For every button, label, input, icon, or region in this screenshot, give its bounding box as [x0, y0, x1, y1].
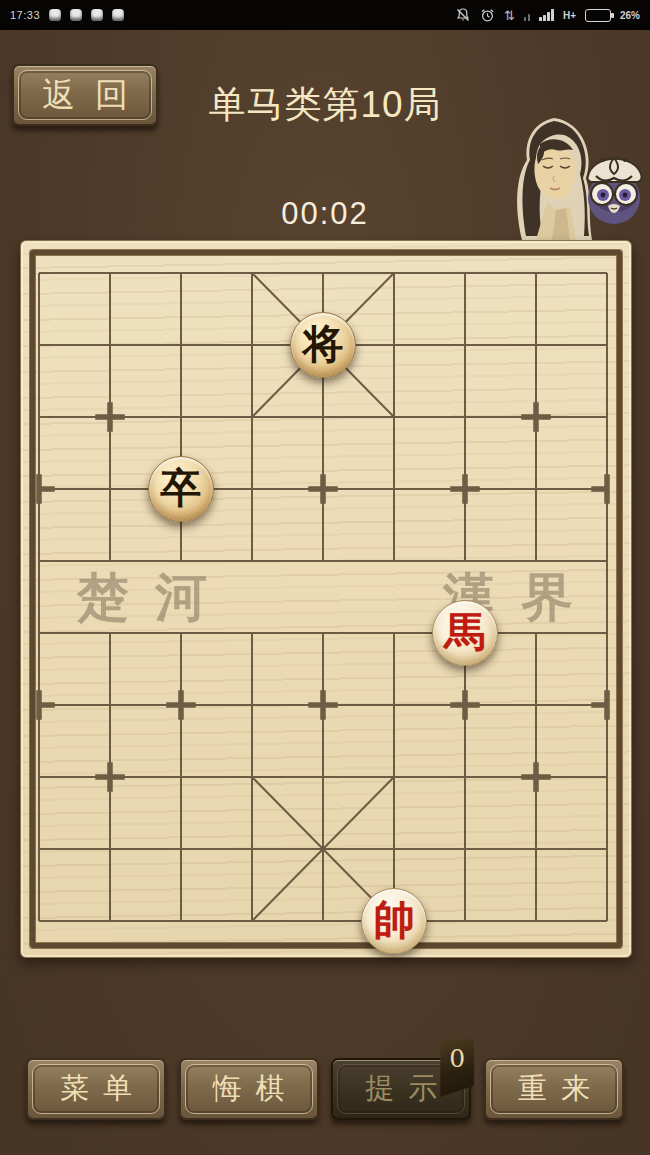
- character-illustration: [496, 114, 650, 240]
- data-transfer-icon: ⇅: [504, 9, 515, 22]
- battery-percent: 26%: [620, 10, 640, 21]
- signal-bars-icon: [539, 9, 554, 21]
- notification-app-icon: [112, 9, 124, 21]
- xiangqi-board[interactable]: 楚河 漢界 将卒馬帥: [20, 240, 632, 958]
- status-bar: 17:33 ⇅ H+ 26%: [0, 0, 650, 30]
- undo-button[interactable]: 悔棋: [179, 1058, 319, 1120]
- menu-button[interactable]: 菜单: [26, 1058, 166, 1120]
- notification-app-icon: [91, 9, 103, 21]
- piece-black-soldier[interactable]: 卒: [148, 456, 214, 522]
- hint-button[interactable]: 提示 0: [331, 1058, 471, 1120]
- mute-bell-icon: [455, 7, 471, 23]
- restart-button[interactable]: 重来: [484, 1058, 624, 1120]
- alarm-clock-icon: [480, 8, 495, 23]
- hint-button-label: 提示: [351, 1069, 451, 1109]
- network-type-label: H+: [563, 10, 576, 21]
- piece-grid: 将卒馬帥: [4, 237, 643, 957]
- piece-black-general[interactable]: 将: [290, 312, 356, 378]
- piece-red-general[interactable]: 帥: [361, 888, 427, 954]
- toolbar: 菜单 悔棋 提示 0 重来: [0, 1058, 650, 1120]
- clock-time: 17:33: [10, 9, 40, 21]
- hint-count-badge: 0: [440, 1039, 474, 1097]
- piece-red-horse[interactable]: 馬: [432, 600, 498, 666]
- battery-icon: [585, 9, 611, 22]
- notification-app-icon: [49, 9, 61, 21]
- signal-sim2-icon: [524, 9, 531, 21]
- notification-app-icon: [70, 9, 82, 21]
- app-screen: 17:33 ⇅ H+ 26% 返回 单马类第10局: [0, 0, 650, 1155]
